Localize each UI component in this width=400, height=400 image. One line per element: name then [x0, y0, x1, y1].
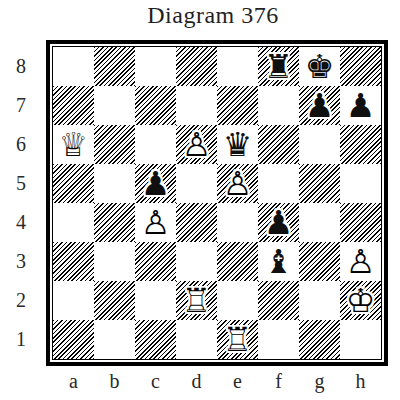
square-d7 [176, 86, 217, 125]
white-queen: ♕ [53, 125, 94, 164]
square-b4 [94, 203, 135, 242]
square-b3 [94, 242, 135, 281]
square-e8 [217, 47, 258, 86]
square-g8: ♚♚ [299, 47, 340, 86]
white-pawn: ♙ [217, 164, 258, 203]
square-g4 [299, 203, 340, 242]
square-g6 [299, 125, 340, 164]
rank-label-5: 5 [0, 164, 36, 203]
square-a6: ♛♕ [53, 125, 94, 164]
white-pawn: ♙ [176, 125, 217, 164]
square-d5 [176, 164, 217, 203]
square-g2 [299, 281, 340, 320]
square-d2: ♜♖ [176, 281, 217, 320]
square-g1 [299, 320, 340, 359]
square-e3 [217, 242, 258, 281]
square-b5 [94, 164, 135, 203]
rank-label-4: 4 [0, 203, 36, 242]
file-label-d: d [176, 366, 217, 396]
square-f1 [258, 320, 299, 359]
square-a8 [53, 47, 94, 86]
square-e7 [217, 86, 258, 125]
square-h2: ♚♔ [340, 281, 381, 320]
square-a5 [53, 164, 94, 203]
white-king: ♔ [340, 281, 381, 320]
rank-label-7: 7 [0, 86, 36, 125]
square-b8 [94, 47, 135, 86]
square-f3: ♝♝ [258, 242, 299, 281]
square-d1 [176, 320, 217, 359]
file-labels: abcdefgh [53, 366, 381, 396]
square-h3: ♟♙ [340, 242, 381, 281]
rank-label-2: 2 [0, 281, 36, 320]
square-d3 [176, 242, 217, 281]
square-e5: ♟♙ [217, 164, 258, 203]
square-e1: ♜♖ [217, 320, 258, 359]
square-e6: ♛♛ [217, 125, 258, 164]
chess-board: ♜♜♚♚♟♟♟♟♛♕♟♙♛♛♟♟♟♙♟♙♟♟♝♝♟♙♜♖♚♔♜♖ [52, 46, 382, 360]
square-b2 [94, 281, 135, 320]
square-h5 [340, 164, 381, 203]
black-pawn: ♟ [258, 203, 299, 242]
white-pawn: ♙ [135, 203, 176, 242]
square-c2 [135, 281, 176, 320]
square-h7: ♟♟ [340, 86, 381, 125]
rank-label-8: 8 [0, 47, 36, 86]
square-b6 [94, 125, 135, 164]
square-a7 [53, 86, 94, 125]
square-h8 [340, 47, 381, 86]
black-rook: ♜ [258, 47, 299, 86]
file-label-b: b [94, 366, 135, 396]
square-h1 [340, 320, 381, 359]
rank-label-1: 1 [0, 320, 36, 359]
square-c1 [135, 320, 176, 359]
square-a1 [53, 320, 94, 359]
file-label-g: g [299, 366, 340, 396]
square-b1 [94, 320, 135, 359]
square-g5 [299, 164, 340, 203]
diagram-title: Diagram 376 [30, 2, 396, 29]
black-pawn: ♟ [340, 86, 381, 125]
square-h4 [340, 203, 381, 242]
square-a3 [53, 242, 94, 281]
file-label-a: a [53, 366, 94, 396]
white-pawn: ♙ [340, 242, 381, 281]
square-f7 [258, 86, 299, 125]
square-d4 [176, 203, 217, 242]
rank-label-6: 6 [0, 125, 36, 164]
square-c4: ♟♙ [135, 203, 176, 242]
square-f6 [258, 125, 299, 164]
square-c8 [135, 47, 176, 86]
rank-label-3: 3 [0, 242, 36, 281]
rank-labels: 87654321 [0, 47, 36, 359]
black-bishop: ♝ [258, 242, 299, 281]
white-rook: ♖ [217, 320, 258, 359]
square-c7 [135, 86, 176, 125]
square-d8 [176, 47, 217, 86]
square-f5 [258, 164, 299, 203]
square-f2 [258, 281, 299, 320]
black-queen: ♛ [217, 125, 258, 164]
file-label-e: e [217, 366, 258, 396]
black-pawn: ♟ [299, 86, 340, 125]
black-king: ♚ [299, 47, 340, 86]
square-e4 [217, 203, 258, 242]
square-a2 [53, 281, 94, 320]
square-c5: ♟♟ [135, 164, 176, 203]
square-d6: ♟♙ [176, 125, 217, 164]
square-a4 [53, 203, 94, 242]
square-b7 [94, 86, 135, 125]
square-f4: ♟♟ [258, 203, 299, 242]
square-h6 [340, 125, 381, 164]
chess-board-frame: ♜♜♚♚♟♟♟♟♛♕♟♙♛♛♟♟♟♙♟♙♟♟♝♝♟♙♜♖♚♔♜♖ [46, 40, 388, 366]
square-g3 [299, 242, 340, 281]
square-g7: ♟♟ [299, 86, 340, 125]
file-label-h: h [340, 366, 381, 396]
diagram-page: Diagram 376 87654321 ♜♜♚♚♟♟♟♟♛♕♟♙♛♛♟♟♟♙♟… [0, 0, 400, 400]
square-f8: ♜♜ [258, 47, 299, 86]
file-label-f: f [258, 366, 299, 396]
black-pawn: ♟ [135, 164, 176, 203]
white-rook: ♖ [176, 281, 217, 320]
square-c3 [135, 242, 176, 281]
square-e2 [217, 281, 258, 320]
square-c6 [135, 125, 176, 164]
file-label-c: c [135, 366, 176, 396]
